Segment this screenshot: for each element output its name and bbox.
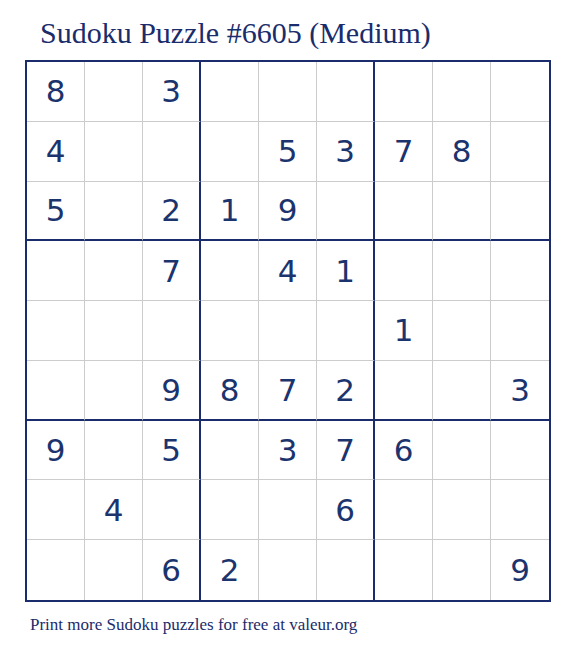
sudoku-board: 834537852197411987239537646629: [25, 60, 551, 602]
sudoku-cell-r6c6: 2: [317, 361, 375, 421]
sudoku-cell-r2c5: 5: [259, 122, 317, 182]
sudoku-cell-r4c3: 7: [143, 241, 201, 301]
sudoku-cell-r1c7: [375, 62, 433, 122]
sudoku-cell-r9c2: [85, 540, 143, 600]
sudoku-cell-r9c8: [433, 540, 491, 600]
sudoku-cell-r9c5: [259, 540, 317, 600]
sudoku-cell-r1c9: [491, 62, 549, 122]
sudoku-cell-r8c1: [27, 480, 85, 540]
sudoku-cell-r7c3: 5: [143, 421, 201, 481]
sudoku-cell-r5c3: [143, 301, 201, 361]
sudoku-cell-r8c8: [433, 480, 491, 540]
sudoku-cell-r2c8: 8: [433, 122, 491, 182]
sudoku-cell-r4c4: [201, 241, 259, 301]
sudoku-cell-r2c9: [491, 122, 549, 182]
sudoku-cell-r9c1: [27, 540, 85, 600]
sudoku-cell-r5c6: [317, 301, 375, 361]
sudoku-cell-r3c4: 1: [201, 182, 259, 242]
sudoku-cell-r4c1: [27, 241, 85, 301]
sudoku-cell-r6c8: [433, 361, 491, 421]
sudoku-cell-r9c6: [317, 540, 375, 600]
sudoku-cell-r6c7: [375, 361, 433, 421]
sudoku-cell-r4c5: 4: [259, 241, 317, 301]
sudoku-cell-r8c9: [491, 480, 549, 540]
sudoku-cell-r9c3: 6: [143, 540, 201, 600]
sudoku-cell-r6c5: 7: [259, 361, 317, 421]
sudoku-cell-r2c2: [85, 122, 143, 182]
sudoku-cell-r5c7: 1: [375, 301, 433, 361]
sudoku-cell-r8c7: [375, 480, 433, 540]
sudoku-cell-r3c9: [491, 182, 549, 242]
sudoku-cell-r9c7: [375, 540, 433, 600]
sudoku-cell-r9c9: 9: [491, 540, 549, 600]
footer-text: Print more Sudoku puzzles for free at va…: [30, 615, 357, 635]
page-title: Sudoku Puzzle #6605 (Medium): [40, 16, 431, 50]
sudoku-cell-r5c1: [27, 301, 85, 361]
sudoku-cell-r7c1: 9: [27, 421, 85, 481]
sudoku-cell-r7c9: [491, 421, 549, 481]
sudoku-cell-r9c4: 2: [201, 540, 259, 600]
sudoku-cell-r5c9: [491, 301, 549, 361]
sudoku-cell-r2c4: [201, 122, 259, 182]
sudoku-cell-r1c6: [317, 62, 375, 122]
sudoku-cell-r8c3: [143, 480, 201, 540]
sudoku-cell-r1c2: [85, 62, 143, 122]
sudoku-cell-r3c2: [85, 182, 143, 242]
sudoku-cell-r7c2: [85, 421, 143, 481]
sudoku-cell-r7c6: 7: [317, 421, 375, 481]
sudoku-cell-r3c7: [375, 182, 433, 242]
sudoku-cell-r6c1: [27, 361, 85, 421]
sudoku-cell-r1c3: 3: [143, 62, 201, 122]
sudoku-cell-r2c1: 4: [27, 122, 85, 182]
sudoku-cell-r8c4: [201, 480, 259, 540]
sudoku-cell-r6c4: 8: [201, 361, 259, 421]
sudoku-cell-r7c8: [433, 421, 491, 481]
sudoku-cell-r5c4: [201, 301, 259, 361]
sudoku-cell-r4c9: [491, 241, 549, 301]
sudoku-cell-r1c5: [259, 62, 317, 122]
sudoku-cell-r4c8: [433, 241, 491, 301]
sudoku-cell-r5c5: [259, 301, 317, 361]
sudoku-cell-r8c6: 6: [317, 480, 375, 540]
sudoku-cell-r7c7: 6: [375, 421, 433, 481]
sudoku-cell-r2c3: [143, 122, 201, 182]
sudoku-cell-r4c6: 1: [317, 241, 375, 301]
sudoku-cell-r2c7: 7: [375, 122, 433, 182]
sudoku-cell-r4c7: [375, 241, 433, 301]
sudoku-cell-r6c2: [85, 361, 143, 421]
sudoku-cell-r6c3: 9: [143, 361, 201, 421]
sudoku-cell-r3c1: 5: [27, 182, 85, 242]
sudoku-cell-r2c6: 3: [317, 122, 375, 182]
sudoku-cell-r3c6: [317, 182, 375, 242]
sudoku-cell-r8c2: 4: [85, 480, 143, 540]
sudoku-cell-r1c4: [201, 62, 259, 122]
sudoku-cell-r5c8: [433, 301, 491, 361]
sudoku-cell-r8c5: [259, 480, 317, 540]
sudoku-cell-r1c1: 8: [27, 62, 85, 122]
sudoku-cell-r6c9: 3: [491, 361, 549, 421]
sudoku-cell-r3c8: [433, 182, 491, 242]
sudoku-page: Sudoku Puzzle #6605 (Medium) 83453785219…: [0, 0, 574, 651]
sudoku-cell-r4c2: [85, 241, 143, 301]
sudoku-cell-r1c8: [433, 62, 491, 122]
sudoku-cell-r7c5: 3: [259, 421, 317, 481]
sudoku-cell-r3c5: 9: [259, 182, 317, 242]
sudoku-cell-r7c4: [201, 421, 259, 481]
sudoku-cell-r5c2: [85, 301, 143, 361]
sudoku-cell-r3c3: 2: [143, 182, 201, 242]
